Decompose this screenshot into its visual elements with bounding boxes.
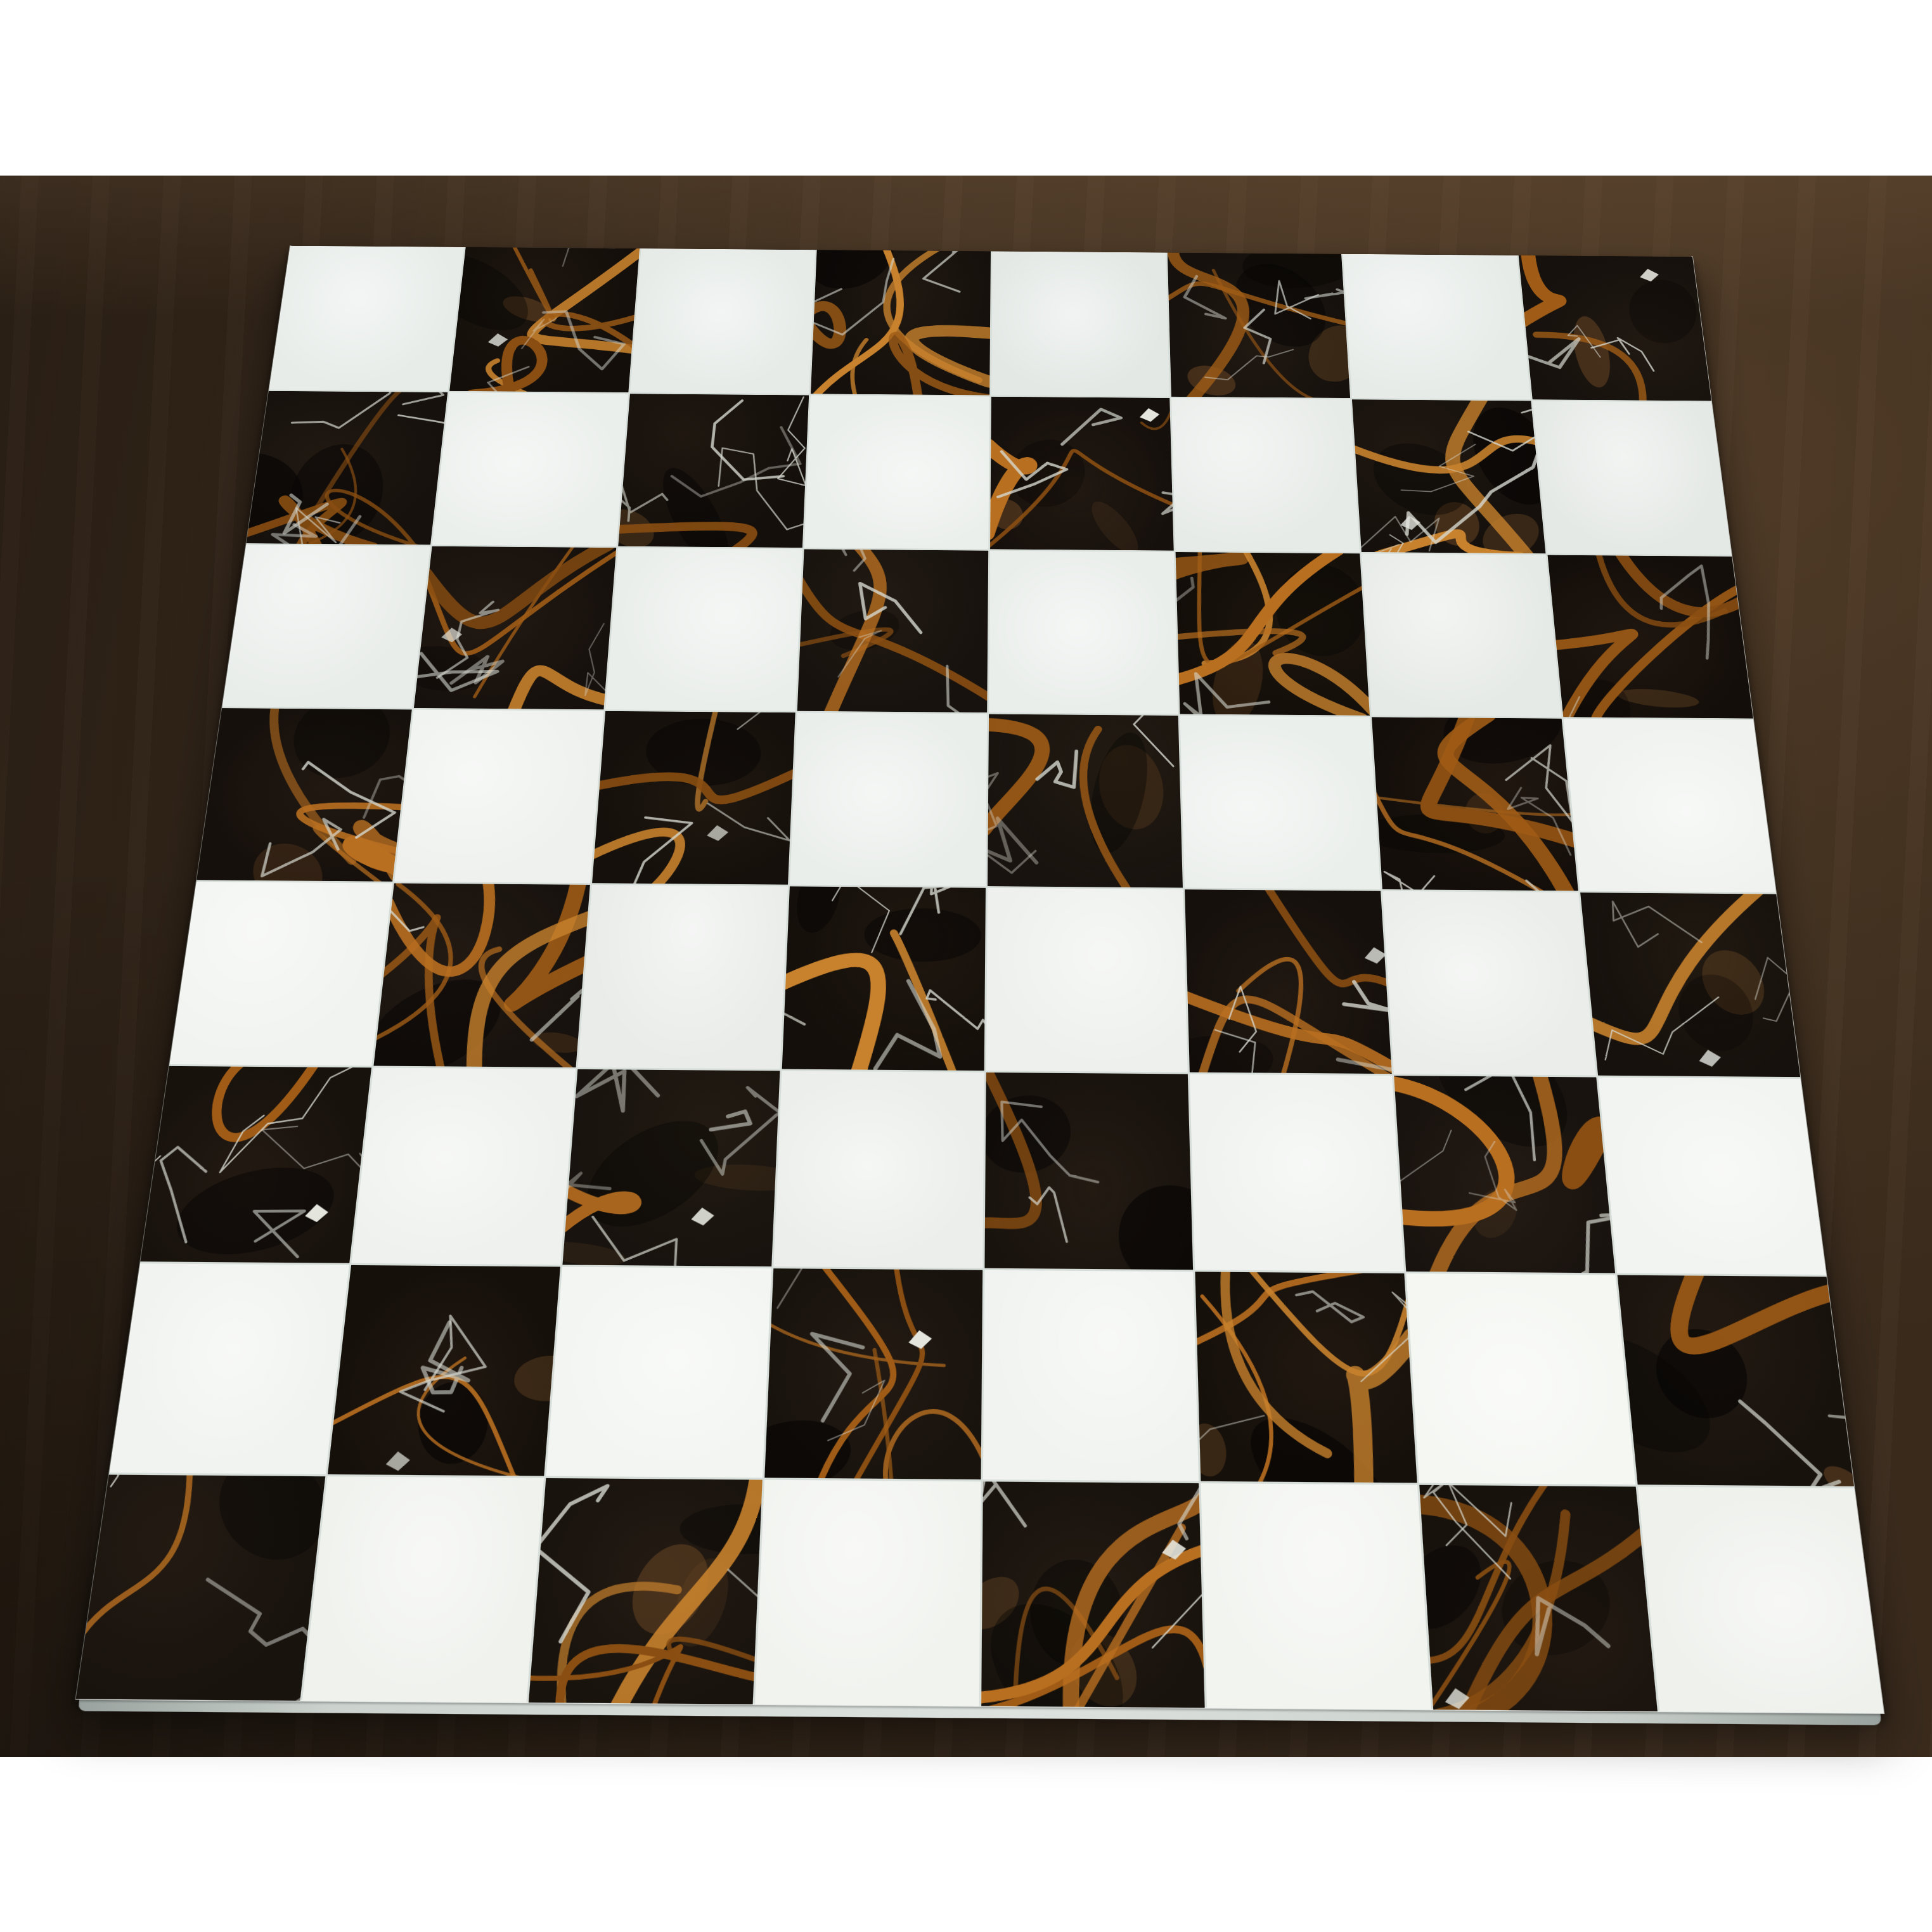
marble-veining [449, 247, 640, 392]
square-b4 [373, 883, 589, 1067]
marble-veining [990, 397, 1174, 551]
marble-veining [1372, 717, 1578, 891]
marble-veining [988, 714, 1183, 887]
square-g2 [1407, 1273, 1636, 1484]
square-d5 [790, 712, 987, 886]
marble-veining [1394, 1076, 1615, 1273]
square-h4 [1580, 892, 1800, 1078]
square-b2 [328, 1265, 560, 1476]
square-b7 [432, 392, 628, 546]
square-d6 [797, 549, 988, 712]
square-e2 [982, 1270, 1199, 1481]
square-a6 [222, 544, 430, 707]
square-d7 [804, 395, 989, 549]
square-h2 [1618, 1275, 1854, 1486]
marble-veining [981, 1482, 1206, 1708]
marble-veining [1580, 892, 1800, 1078]
marble-veining [797, 549, 988, 712]
chess-board [76, 246, 1884, 1713]
square-g7 [1352, 399, 1545, 553]
marble-veining [618, 394, 809, 548]
square-c3 [562, 1069, 780, 1266]
square-d4 [782, 886, 985, 1071]
marble-veining [592, 711, 795, 885]
marble-veining [562, 1069, 780, 1266]
square-d8 [811, 250, 991, 395]
square-a5 [196, 708, 411, 881]
square-b8 [449, 247, 640, 392]
square-e5 [988, 714, 1183, 887]
marble-veining [1168, 253, 1350, 398]
square-f1 [1201, 1483, 1431, 1710]
square-e4 [986, 887, 1188, 1072]
square-a2 [109, 1264, 349, 1474]
marble-veining [1352, 399, 1545, 553]
square-c4 [577, 884, 787, 1069]
square-c7 [618, 394, 809, 548]
square-g3 [1394, 1076, 1615, 1273]
square-a3 [140, 1066, 371, 1263]
marble-veining [373, 883, 589, 1067]
square-h5 [1564, 718, 1776, 892]
marble-veining [1195, 1272, 1417, 1483]
marble-veining [140, 1066, 371, 1263]
square-d1 [755, 1480, 981, 1706]
marble-veining [196, 708, 411, 881]
marble-veining [1618, 1275, 1854, 1486]
square-a8 [269, 246, 464, 391]
product-photo-backdrop [0, 0, 1932, 1932]
marble-veining [811, 250, 991, 395]
square-e7 [990, 397, 1174, 551]
square-f5 [1180, 716, 1381, 889]
square-e6 [989, 551, 1178, 714]
square-b3 [351, 1068, 576, 1265]
square-c5 [592, 711, 795, 885]
marble-veining [529, 1478, 763, 1704]
square-b5 [394, 709, 603, 883]
marble-veining [1548, 555, 1753, 718]
square-a1 [76, 1475, 325, 1701]
marble-veining [1519, 255, 1711, 401]
marble-veining [414, 546, 616, 709]
square-e8 [991, 251, 1169, 396]
square-f4 [1185, 889, 1392, 1074]
square-f6 [1176, 552, 1370, 716]
marble-veining [984, 1072, 1194, 1270]
marble-veining [76, 1475, 325, 1701]
square-h7 [1533, 401, 1732, 555]
square-c8 [630, 248, 815, 394]
square-f8 [1168, 253, 1350, 398]
square-h3 [1599, 1078, 1827, 1275]
square-c1 [529, 1478, 763, 1704]
marble-veining [1176, 552, 1370, 716]
square-f7 [1171, 398, 1360, 552]
marble-veining [1185, 889, 1392, 1074]
marble-veining [247, 391, 448, 544]
square-h6 [1548, 555, 1753, 718]
square-h1 [1638, 1487, 1884, 1713]
square-h8 [1519, 255, 1711, 401]
square-c6 [605, 548, 802, 711]
square-a4 [169, 882, 392, 1066]
marble-veining [328, 1265, 560, 1476]
square-g1 [1420, 1485, 1658, 1711]
marble-veining [1420, 1485, 1658, 1711]
square-c2 [546, 1267, 771, 1478]
square-d3 [773, 1071, 984, 1268]
square-g8 [1343, 254, 1531, 399]
square-a7 [247, 391, 448, 544]
square-g4 [1382, 891, 1596, 1076]
square-b1 [302, 1476, 544, 1703]
marble-veining [782, 886, 985, 1071]
square-e1 [981, 1482, 1206, 1708]
square-g5 [1372, 717, 1578, 891]
square-f2 [1195, 1272, 1417, 1483]
marble-veining [764, 1268, 982, 1479]
square-g6 [1362, 553, 1561, 717]
square-e3 [984, 1072, 1194, 1270]
square-f3 [1190, 1074, 1404, 1272]
square-b6 [414, 546, 616, 709]
square-d2 [764, 1268, 982, 1479]
